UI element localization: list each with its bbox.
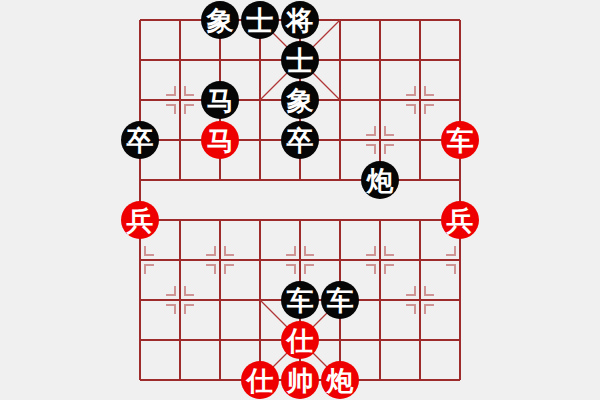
xiangqi-diagram: 象士将士马象卒马卒车炮兵兵车车仕仕帅炮 — [0, 0, 600, 400]
xiangqi-board[interactable]: 象士将士马象卒马卒车炮兵兵车车仕仕帅炮 — [120, 0, 480, 400]
piece-black-general[interactable]: 将 — [281, 1, 319, 39]
piece-black-horse[interactable]: 马 — [201, 81, 239, 119]
piece-red-soldier[interactable]: 兵 — [121, 201, 159, 239]
piece-red-advisor[interactable]: 仕 — [241, 361, 279, 399]
piece-black-chariot[interactable]: 车 — [281, 281, 319, 319]
piece-red-horse[interactable]: 马 — [201, 121, 239, 159]
piece-black-elephant[interactable]: 象 — [281, 81, 319, 119]
piece-black-elephant[interactable]: 象 — [201, 1, 239, 39]
piece-black-cannon[interactable]: 炮 — [361, 161, 399, 199]
piece-black-soldier[interactable]: 卒 — [121, 121, 159, 159]
piece-red-cannon[interactable]: 炮 — [321, 361, 359, 399]
piece-red-advisor[interactable]: 仕 — [281, 321, 319, 359]
piece-black-soldier[interactable]: 卒 — [281, 121, 319, 159]
piece-black-chariot[interactable]: 车 — [321, 281, 359, 319]
piece-black-advisor[interactable]: 士 — [281, 41, 319, 79]
piece-red-general[interactable]: 帅 — [281, 361, 319, 399]
piece-red-chariot[interactable]: 车 — [441, 121, 479, 159]
piece-black-advisor[interactable]: 士 — [241, 1, 279, 39]
piece-red-soldier[interactable]: 兵 — [441, 201, 479, 239]
